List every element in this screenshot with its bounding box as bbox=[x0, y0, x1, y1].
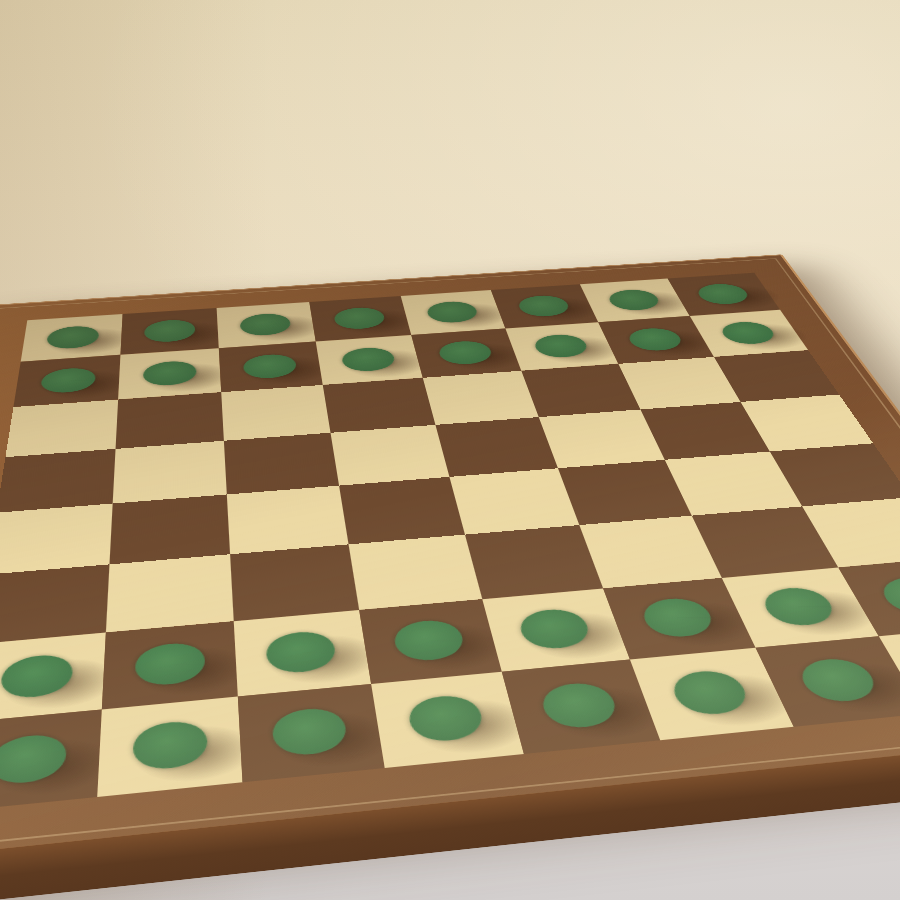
white-rook-icon: ♜ bbox=[0, 547, 213, 769]
square-a7[interactable]: ♟ bbox=[13, 355, 120, 407]
square-a6[interactable] bbox=[5, 400, 118, 458]
black-pawn-icon: ♟ bbox=[0, 263, 200, 387]
chess-photo-scene: ♜♞♝♛♚♝♞♜♟♟♟♟♟♟♟♟♟♟♟♟♟♟♟♟♜♞♝♛♚♝♞♜ bbox=[0, 0, 900, 900]
square-a1[interactable]: ♜ bbox=[0, 709, 102, 811]
square-b6[interactable] bbox=[116, 392, 224, 449]
chess-board: ♜♞♝♛♚♝♞♜♟♟♟♟♟♟♟♟♟♟♟♟♟♟♟♟♜♞♝♛♚♝♞♜ bbox=[0, 254, 900, 865]
